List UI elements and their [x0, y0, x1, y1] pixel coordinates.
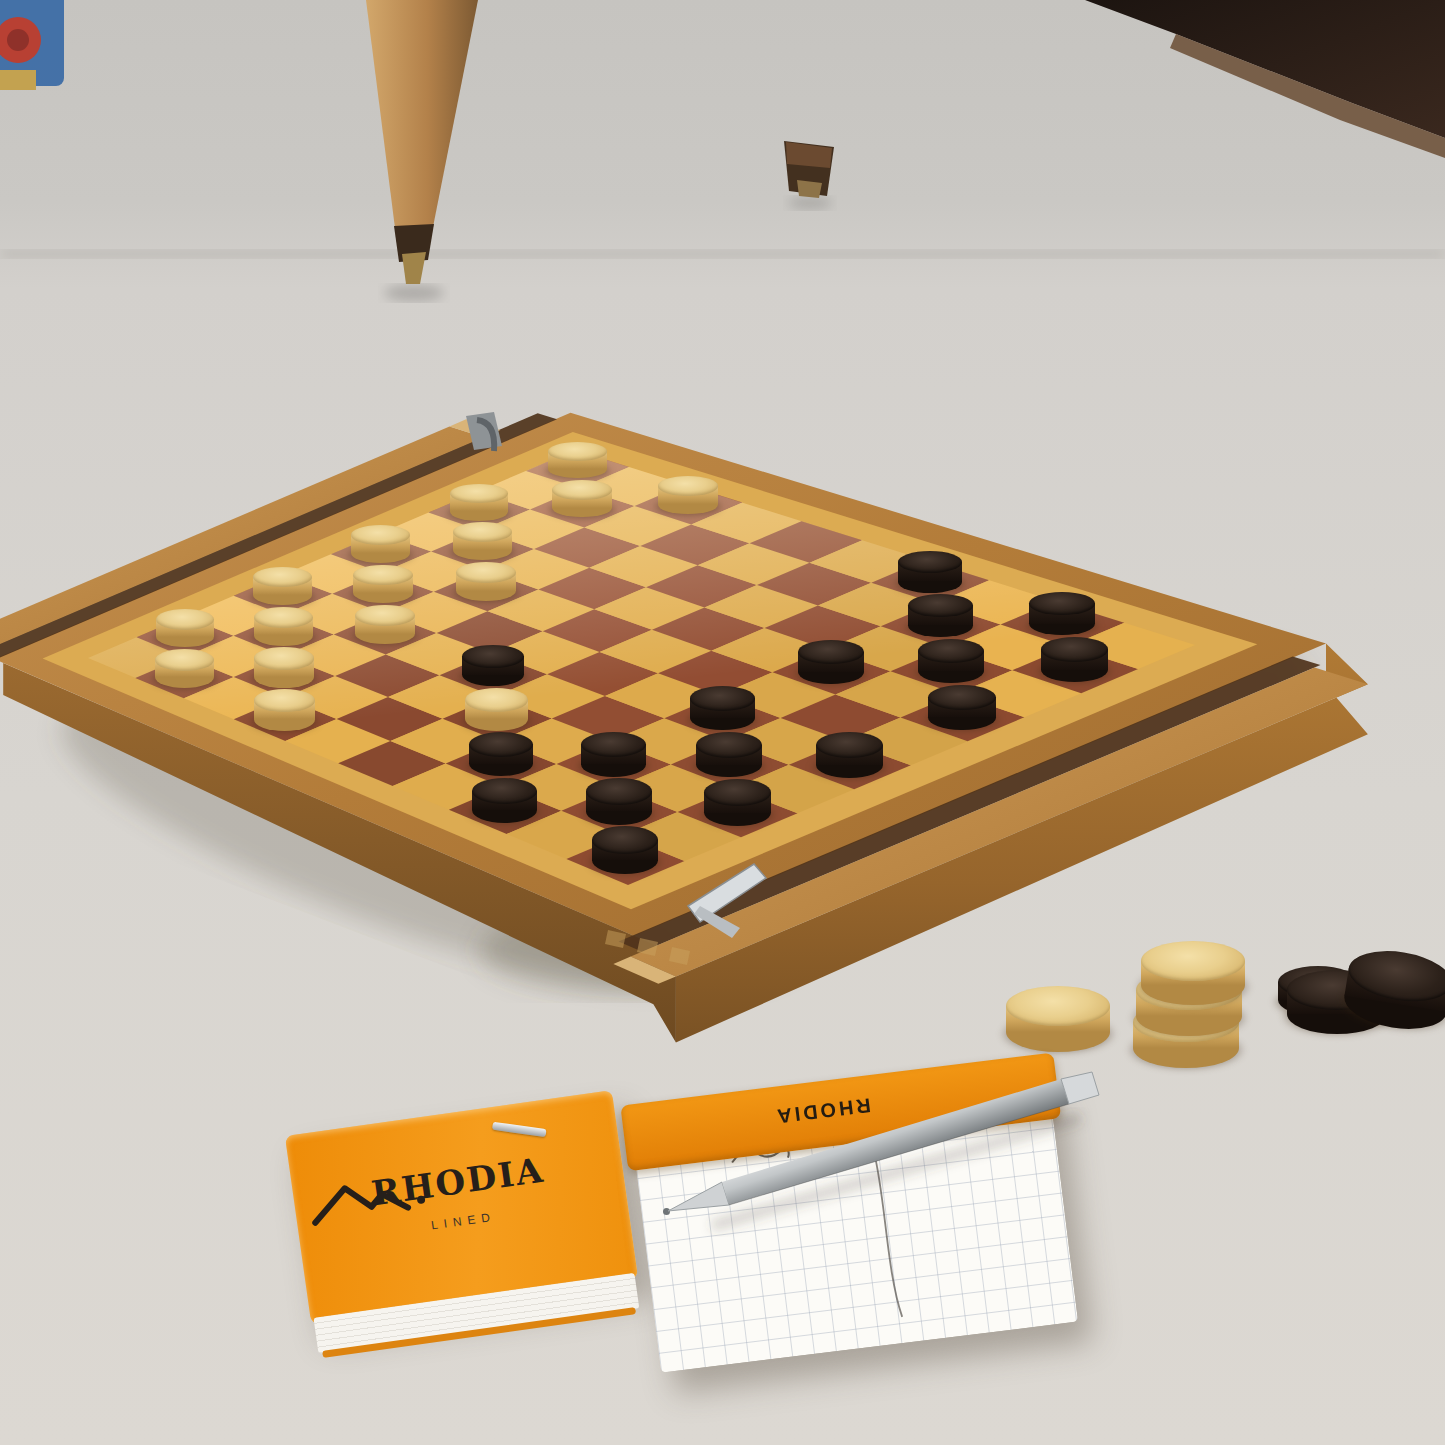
piece-top [254, 607, 313, 628]
piece-top [456, 562, 516, 583]
piece-top [586, 778, 652, 805]
white-piece[interactable] [1141, 941, 1245, 1005]
white-piece[interactable] [351, 525, 410, 562]
scene: RHODIA LINED RHODIA [0, 0, 1445, 1445]
black-piece[interactable] [469, 732, 533, 776]
staple [492, 1122, 547, 1137]
black-piece[interactable] [908, 594, 973, 637]
white-piece[interactable] [254, 647, 314, 687]
black-piece[interactable] [1041, 637, 1108, 682]
piece-top [918, 639, 984, 663]
white-piece[interactable] [465, 688, 528, 731]
piece-top [581, 732, 646, 757]
piece-top [696, 732, 762, 758]
white-piece[interactable] [355, 605, 415, 645]
piece-top [355, 605, 415, 627]
black-piece[interactable] [472, 778, 537, 824]
piece-top [798, 640, 863, 664]
piece-top [353, 565, 412, 586]
brand-wordmark-upside-down: RHODIA [742, 1089, 904, 1131]
white-piece[interactable] [254, 689, 315, 730]
white-piece[interactable] [1006, 986, 1110, 1052]
piece-top [155, 649, 214, 671]
black-piece[interactable] [816, 732, 883, 778]
black-piece[interactable] [898, 551, 962, 592]
black-piece[interactable] [1029, 592, 1095, 635]
piece-top [462, 645, 524, 668]
piece-top [592, 826, 659, 854]
piece-top [472, 778, 537, 804]
black-piece[interactable] [690, 686, 755, 730]
black-piece[interactable] [592, 826, 659, 874]
white-piece[interactable] [453, 522, 513, 560]
black-piece[interactable] [696, 732, 762, 778]
notepad-lined[interactable]: RHODIA LINED [285, 1090, 645, 1374]
rhodia-logo: RHODIA LINED [292, 1142, 628, 1251]
piece-top [1006, 986, 1110, 1026]
piece-top [156, 609, 214, 630]
notepad-grid[interactable]: RHODIA [632, 1083, 1078, 1372]
piece-top [465, 688, 528, 712]
piece-top [704, 779, 771, 806]
black-piece[interactable] [581, 732, 646, 777]
piece-top [658, 476, 719, 496]
white-piece[interactable] [548, 442, 607, 478]
white-piece[interactable] [254, 607, 313, 646]
white-piece[interactable] [253, 567, 312, 605]
black-piece[interactable] [586, 778, 652, 824]
white-piece[interactable] [552, 480, 612, 517]
piece-top [552, 480, 612, 499]
white-piece[interactable] [658, 476, 719, 514]
piece-top [254, 647, 314, 669]
piece-top [928, 685, 995, 710]
white-piece[interactable] [456, 562, 516, 601]
white-piece[interactable] [156, 609, 214, 648]
black-piece[interactable] [918, 639, 984, 683]
black-piece[interactable] [798, 640, 863, 683]
piece-top [690, 686, 755, 711]
black-piece[interactable] [462, 645, 524, 686]
piece-top [1141, 941, 1245, 981]
black-piece[interactable] [1341, 944, 1445, 1035]
white-piece[interactable] [450, 484, 509, 521]
black-piece[interactable] [928, 685, 995, 731]
piece-top [450, 484, 509, 503]
black-piece[interactable] [704, 779, 771, 826]
piece-top [548, 442, 607, 461]
piece-top [469, 732, 533, 757]
piece-top [816, 732, 883, 758]
white-piece[interactable] [155, 649, 214, 689]
piece-top [1041, 637, 1108, 662]
white-piece[interactable] [353, 565, 412, 604]
